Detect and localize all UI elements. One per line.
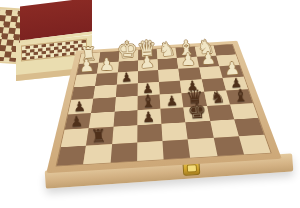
- dark-pawn: ♟: [165, 94, 178, 108]
- square-e2: [161, 122, 187, 140]
- square-h4: ♝: [226, 89, 253, 104]
- square-g3: [207, 104, 234, 121]
- square-b5: [93, 84, 116, 98]
- dark-pawn: ♟: [121, 71, 133, 84]
- square-c7: [117, 60, 137, 72]
- square-d3: ♟: [137, 109, 161, 126]
- square-b1: [83, 144, 111, 164]
- square-b2: ♜: [86, 127, 113, 146]
- square-e3: [160, 107, 185, 124]
- square-d4: ♝: [137, 95, 160, 110]
- square-c4: [114, 96, 137, 111]
- square-c2: [112, 125, 138, 143]
- square-a1: [57, 145, 87, 165]
- dark-bishop: ♝: [140, 92, 156, 110]
- square-d1: [137, 141, 164, 161]
- square-f2: [186, 121, 214, 139]
- dark-pawn: ♟: [73, 100, 86, 114]
- white-king: ♚: [116, 37, 138, 61]
- square-b4: [91, 97, 115, 113]
- board-squares: ♜♚♛♞♝♞♟♟♟♟♟♟♟♟♟♟♟♝♟♛♞♝♟♟♚♜: [57, 44, 271, 165]
- square-e4: ♟: [160, 93, 184, 108]
- square-f1: [188, 138, 217, 158]
- square-a2: [61, 128, 89, 147]
- white-queen: ♛: [136, 37, 157, 60]
- dark-pawn: ♟: [142, 82, 154, 96]
- dark-rook: ♜: [90, 126, 107, 145]
- square-h2: [234, 118, 264, 136]
- square-a3: ♟: [65, 113, 92, 130]
- chess-set-product-photo: ♜♚♛♞♝♞♟♟♟♟♟♟♟♟♟♟♟♝♟♛♞♝♟♟♚♜: [0, 0, 300, 208]
- dark-pawn: ♟: [186, 79, 198, 93]
- dark-pawn: ♟: [70, 114, 84, 129]
- brass-clasp-latch: [187, 164, 198, 173]
- square-f4: ♛: [182, 92, 207, 107]
- white-bishop: ♝: [177, 37, 196, 57]
- dark-pawn: ♟: [230, 77, 242, 91]
- dark-pawn: ♟: [142, 110, 156, 125]
- white-knight: ♞: [157, 39, 176, 59]
- square-c3: [113, 110, 137, 127]
- board-frame: ♜♚♛♞♝♞♟♟♟♟♟♟♟♟♟♟♟♝♟♛♞♝♟♟♚♜: [46, 41, 282, 173]
- white-knight: ♞: [196, 36, 215, 56]
- square-b3: [89, 111, 114, 128]
- square-d2: [137, 124, 162, 142]
- square-h1: [239, 134, 271, 154]
- square-e1: [162, 139, 190, 159]
- chess-board: ♜♚♛♞♝♞♟♟♟♟♟♟♟♟♟♟♟♝♟♛♞♝♟♟♚♜: [46, 41, 282, 173]
- square-h3: [230, 103, 258, 120]
- square-f3: ♚: [184, 106, 210, 123]
- square-c1: [110, 142, 137, 162]
